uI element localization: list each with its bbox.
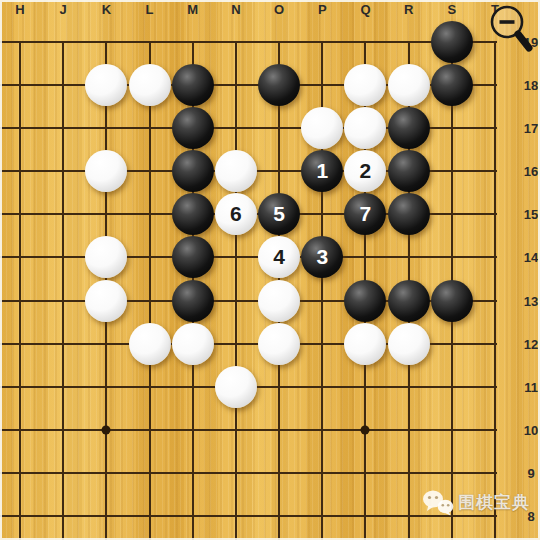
white-stone-O14[interactable]: 4 <box>258 236 300 278</box>
grid-line-row-10 <box>0 429 497 431</box>
row-label-9: 9 <box>527 465 534 480</box>
white-stone-Q16[interactable]: 2 <box>344 150 386 192</box>
black-stone-S18[interactable] <box>431 64 473 106</box>
grid-line-row-14 <box>0 256 497 258</box>
column-label-Q: Q <box>360 2 370 17</box>
grid-line-row-19 <box>0 41 497 43</box>
black-stone-R15[interactable] <box>388 193 430 235</box>
white-stone-N15[interactable]: 6 <box>215 193 257 235</box>
grid-line-col-J <box>62 41 64 540</box>
white-stone-L18[interactable] <box>129 64 171 106</box>
watermark-text: 围棋宝典 <box>458 491 530 514</box>
black-stone-M18[interactable] <box>172 64 214 106</box>
black-stone-R13[interactable] <box>388 280 430 322</box>
white-stone-N16[interactable] <box>215 150 257 192</box>
white-stone-R18[interactable] <box>388 64 430 106</box>
grid-line-col-T <box>494 41 496 540</box>
white-stone-O12[interactable] <box>258 323 300 365</box>
black-stone-O15[interactable]: 5 <box>258 193 300 235</box>
column-label-P: P <box>318 2 327 17</box>
white-stone-R12[interactable] <box>388 323 430 365</box>
row-label-18: 18 <box>524 78 538 93</box>
white-stone-M12[interactable] <box>172 323 214 365</box>
row-label-13: 13 <box>524 293 538 308</box>
white-stone-O13[interactable] <box>258 280 300 322</box>
black-stone-P16[interactable]: 1 <box>301 150 343 192</box>
row-label-10: 10 <box>524 422 538 437</box>
white-stone-Q18[interactable] <box>344 64 386 106</box>
white-stone-Q17[interactable] <box>344 107 386 149</box>
wechat-icon <box>422 488 454 516</box>
white-stone-K16[interactable] <box>85 150 127 192</box>
black-stone-Q13[interactable] <box>344 280 386 322</box>
column-label-M: M <box>187 2 198 17</box>
black-stone-M16[interactable] <box>172 150 214 192</box>
column-label-O: O <box>274 2 284 17</box>
column-label-R: R <box>404 2 413 17</box>
column-label-K: K <box>102 2 111 17</box>
white-stone-L12[interactable] <box>129 323 171 365</box>
grid-line-col-N <box>235 41 237 540</box>
white-stone-N11[interactable] <box>215 366 257 408</box>
row-label-11: 11 <box>524 379 538 394</box>
grid-line-col-L <box>149 41 151 540</box>
white-stone-K13[interactable] <box>85 280 127 322</box>
grid-line-row-9 <box>0 472 497 474</box>
star-point-Q10 <box>361 425 370 434</box>
star-point-K10 <box>102 425 111 434</box>
black-stone-M14[interactable] <box>172 236 214 278</box>
white-stone-P17[interactable] <box>301 107 343 149</box>
black-stone-S13[interactable] <box>431 280 473 322</box>
row-label-17: 17 <box>524 121 538 136</box>
white-stone-Q12[interactable] <box>344 323 386 365</box>
column-label-N: N <box>231 2 240 17</box>
row-label-16: 16 <box>524 164 538 179</box>
black-stone-O18[interactable] <box>258 64 300 106</box>
white-stone-K18[interactable] <box>85 64 127 106</box>
column-label-J: J <box>60 2 67 17</box>
magnifier-handle <box>518 34 529 48</box>
go-board-screenshot: 围棋宝典 HJKLMNOPQRST19181716151413121110981… <box>0 0 540 540</box>
black-stone-P14[interactable]: 3 <box>301 236 343 278</box>
column-label-S: S <box>447 2 456 17</box>
black-stone-S19[interactable] <box>431 21 473 63</box>
watermark: 围棋宝典 <box>422 488 530 516</box>
grid-line-col-H <box>19 41 21 540</box>
row-label-14: 14 <box>524 250 538 265</box>
column-label-L: L <box>146 2 154 17</box>
column-label-H: H <box>15 2 24 17</box>
black-stone-M15[interactable] <box>172 193 214 235</box>
row-label-12: 12 <box>524 336 538 351</box>
zoom-out-icon[interactable] <box>476 0 540 56</box>
black-stone-R17[interactable] <box>388 107 430 149</box>
black-stone-M13[interactable] <box>172 280 214 322</box>
black-stone-R16[interactable] <box>388 150 430 192</box>
black-stone-M17[interactable] <box>172 107 214 149</box>
black-stone-Q15[interactable]: 7 <box>344 193 386 235</box>
row-label-15: 15 <box>524 207 538 222</box>
white-stone-K14[interactable] <box>85 236 127 278</box>
